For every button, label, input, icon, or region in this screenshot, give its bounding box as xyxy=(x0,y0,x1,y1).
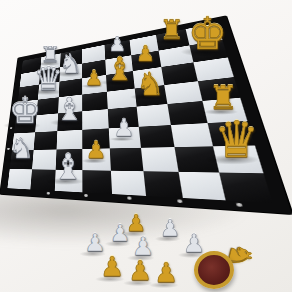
piece-silver-bishop-c4: ♝ xyxy=(55,94,83,125)
piece-gold-queen-h2: ♛ xyxy=(214,115,259,165)
tray-piece-silver-pawn: ♟ xyxy=(183,231,205,256)
piece-gold-king-h7: ♚ xyxy=(188,12,228,56)
fallen-knight-felt-base xyxy=(194,251,234,289)
square-g3 xyxy=(171,123,213,147)
piece-gold-rook-g8: ♜ xyxy=(160,17,184,44)
frame-pin-dot xyxy=(236,203,243,207)
square-f2 xyxy=(140,147,178,171)
frame-pin-dot xyxy=(84,194,88,197)
square-d4 xyxy=(82,109,109,129)
piece-silver-bishop-c1: ♝ xyxy=(53,150,84,185)
square-e2 xyxy=(110,148,143,171)
square-d1 xyxy=(82,170,112,194)
frame-pin-dot xyxy=(177,199,182,203)
square-e1 xyxy=(111,170,146,196)
piece-gold-pawn-f7: ♟ xyxy=(136,43,155,65)
piece-gold-knight-f5: ♞ xyxy=(136,69,164,101)
chess-set-product-photo: ♜♟♜♞♟♚♛♟♝♞♚♝♜♟♞♟♛♝♟♟♟♟♟♟♟♟♟♞ xyxy=(0,0,292,292)
tray-piece-silver-pawn: ♟ xyxy=(160,217,181,240)
tray-piece-gold-pawn: ♟ xyxy=(100,253,124,280)
tray-piece-gold-pawn: ♟ xyxy=(126,212,147,235)
frame-pin-dot xyxy=(127,196,131,199)
square-g1 xyxy=(179,171,225,200)
square-f4 xyxy=(136,104,171,126)
frame-pin-dot xyxy=(47,192,50,195)
piece-silver-king-a4: ♚ xyxy=(9,93,41,129)
square-h1 xyxy=(218,172,272,203)
tray-piece-gold-pawn: ♟ xyxy=(154,259,178,286)
piece-silver-knight-a2: ♞ xyxy=(9,136,34,164)
square-f1 xyxy=(143,171,183,198)
square-d5 xyxy=(82,91,108,111)
piece-gold-pawn-d2: ♟ xyxy=(85,140,106,164)
tray-piece-gold-pawn: ♟ xyxy=(128,257,152,284)
square-g4 xyxy=(167,101,207,125)
square-f3 xyxy=(138,125,174,148)
piece-silver-pawn-e3: ♟ xyxy=(113,118,134,142)
square-a1 xyxy=(7,169,31,190)
piece-gold-bishop-e6: ♝ xyxy=(105,54,134,86)
